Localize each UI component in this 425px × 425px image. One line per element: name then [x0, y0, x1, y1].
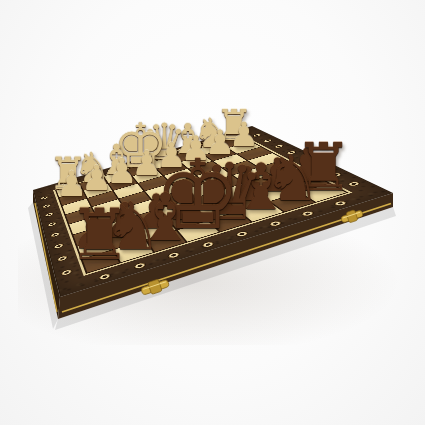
chess-set-photo: ♜♞♝♛♚♝♞♜♟♟♟♟♟♟♟♟♟♟♟♟♟♟♟♟♜♞♝♛♚♝♞♜ — [0, 0, 425, 425]
eye-motif — [132, 262, 147, 271]
eye-motif — [273, 144, 285, 148]
eye-motif — [300, 210, 317, 217]
eye-motif — [53, 243, 64, 250]
eye-motif — [262, 139, 274, 143]
eye-motif — [346, 181, 363, 187]
eye-motif — [328, 172, 343, 178]
eye-motif — [332, 200, 349, 207]
eye-motif — [313, 164, 328, 169]
eye-motif — [234, 230, 250, 238]
eye-motif — [167, 251, 182, 259]
eye-motif — [298, 157, 312, 162]
eye-motif — [60, 268, 73, 276]
eye-motif — [56, 255, 68, 263]
eye-motif — [267, 220, 283, 228]
eye-motif — [98, 272, 112, 281]
eye-motif — [47, 221, 57, 227]
eye-motif — [50, 231, 61, 238]
eye-motif — [42, 203, 51, 208]
eye-motif — [285, 150, 298, 155]
eye-motif — [44, 212, 54, 218]
eye-motif — [251, 133, 262, 137]
eye-motif — [40, 195, 49, 200]
eye-motif — [200, 241, 215, 249]
